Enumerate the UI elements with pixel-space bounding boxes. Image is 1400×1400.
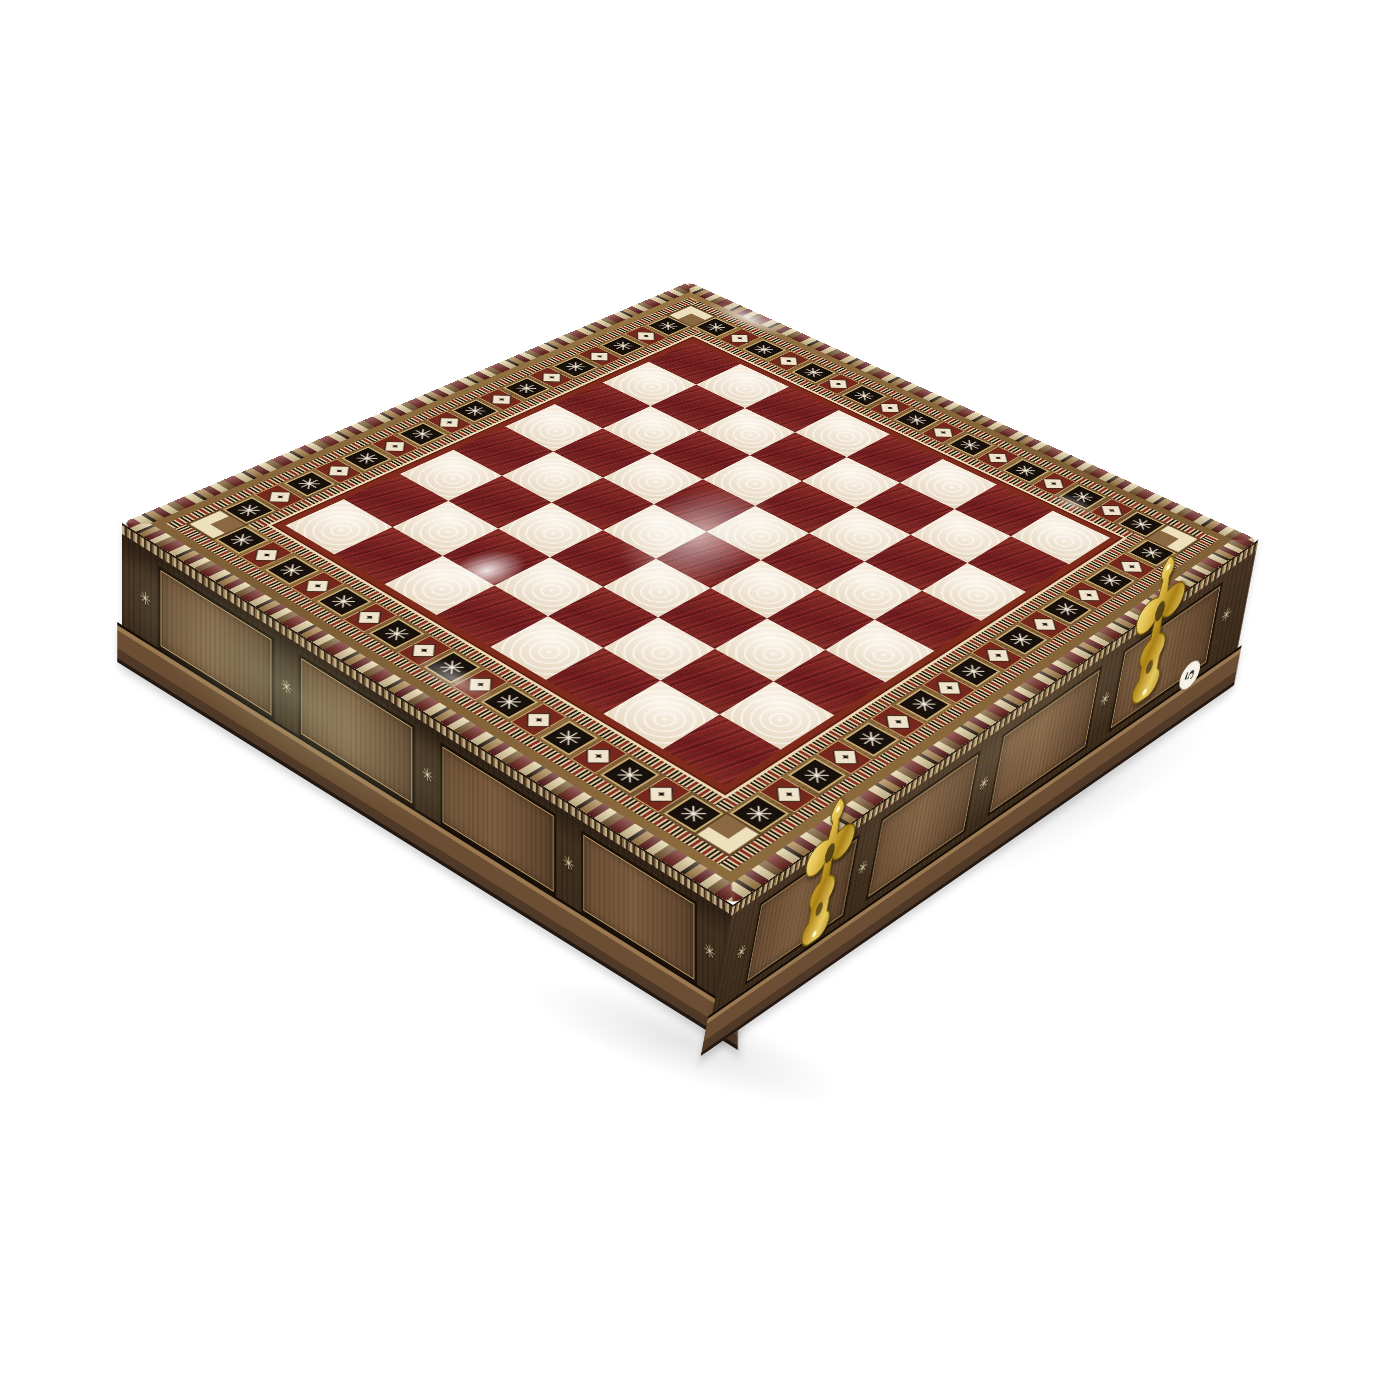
- side-star-inlay: ✳: [414, 756, 441, 793]
- side-star-inlay: ✳: [273, 668, 300, 705]
- chess-board-lid: ✳✦✳✦✳✦✳✦✳✦✳✦✳✦✳✦✳ ✳✦✳✦✳✦✳✦✳✦✳✦✳✦✳✦✳ ✳✦✳✦…: [122, 282, 1258, 905]
- side-star-inlay: ✳: [696, 933, 723, 970]
- chess-box-product-photo: ✳✳✳✳✳ ✳✳✳✳✳ 5 ✳✦✳✦✳✦✳✦✳✦✳✦✳✦✳✦✳ ✳✦✳✦✳✦✳✦…: [0, 0, 1400, 1400]
- side-star-inlay: ✳: [555, 845, 582, 882]
- side-star-inlay: ✳: [132, 580, 159, 617]
